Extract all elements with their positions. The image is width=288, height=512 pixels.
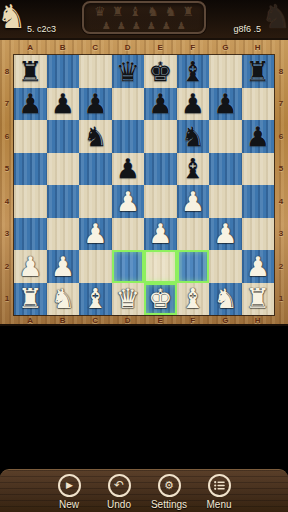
white-bishop: ♝: [83, 285, 107, 312]
square-g8[interactable]: [209, 55, 242, 88]
captured-pieces-tray: ♛♜♝♞♞♜ ♟♟♟♟♟♟: [82, 1, 206, 34]
file-labels-top: ABCDEFGH: [14, 40, 274, 55]
file-label: B: [47, 40, 80, 55]
file-label: A: [14, 315, 47, 326]
square-b3[interactable]: [47, 218, 80, 251]
rank-label: 1: [274, 283, 288, 316]
square-d1[interactable]: ♛: [112, 283, 145, 316]
rank-label: 7: [0, 88, 14, 121]
white-pawn: ♟: [18, 253, 42, 280]
rank-label: 3: [0, 218, 14, 251]
ghost-piece: ♟: [132, 20, 147, 31]
undo-label: Undo: [107, 499, 131, 510]
file-label: E: [144, 315, 177, 326]
white-king: ♚: [148, 285, 172, 312]
square-g5[interactable]: [209, 153, 242, 186]
square-f6[interactable]: ♞: [177, 120, 210, 153]
rank-label: 7: [274, 88, 288, 121]
file-label: F: [177, 40, 210, 55]
white-knight-icon: ♞: [0, 0, 27, 36]
file-label: H: [242, 40, 275, 55]
file-label: C: [79, 315, 112, 326]
square-h3[interactable]: [242, 218, 275, 251]
square-b6[interactable]: [47, 120, 80, 153]
white-rook: ♜: [18, 285, 42, 312]
square-e4[interactable]: [144, 185, 177, 218]
rank-label: 8: [274, 55, 288, 88]
square-c5[interactable]: [79, 153, 112, 186]
square-e6[interactable]: [144, 120, 177, 153]
new-game-button[interactable]: ▶ New: [44, 474, 94, 510]
square-d5[interactable]: ♟: [112, 153, 145, 186]
square-h6[interactable]: ♟: [242, 120, 275, 153]
white-queen: ♛: [116, 285, 140, 312]
settings-button[interactable]: ⚙ Settings: [144, 474, 194, 510]
square-f4[interactable]: ♟: [177, 185, 210, 218]
white-knight: ♞: [51, 285, 75, 312]
rank-label: 2: [0, 250, 14, 283]
square-d6[interactable]: [112, 120, 145, 153]
ghost-piece: ♟: [162, 20, 177, 31]
black-pawn: ♟: [181, 90, 205, 117]
file-label: A: [14, 40, 47, 55]
square-f3[interactable]: [177, 218, 210, 251]
square-c1[interactable]: ♝: [79, 283, 112, 316]
black-pawn: ♟: [213, 90, 237, 117]
square-e7[interactable]: ♟: [144, 88, 177, 121]
black-pawn: ♟: [18, 90, 42, 117]
square-e8[interactable]: ♚: [144, 55, 177, 88]
square-c8[interactable]: [79, 55, 112, 88]
file-label: G: [209, 315, 242, 326]
file-label: H: [242, 315, 275, 326]
black-pawn: ♟: [246, 123, 270, 150]
rank-label: 2: [274, 250, 288, 283]
new-game-label: New: [59, 499, 79, 510]
white-knight: ♞: [213, 285, 237, 312]
square-g2[interactable]: [209, 250, 242, 283]
menu-button[interactable]: Menu: [194, 474, 244, 510]
ghost-piece: ♝: [129, 4, 147, 19]
file-label: F: [177, 315, 210, 326]
square-g7[interactable]: ♟: [209, 88, 242, 121]
black-move: g8f6 .5: [231, 24, 261, 35]
ghost-piece: ♞: [147, 4, 165, 19]
square-b7[interactable]: ♟: [47, 88, 80, 121]
gear-icon: ⚙: [158, 474, 181, 497]
play-icon: ▶: [58, 474, 81, 497]
board-grid: ♜♛♚♝♜♟♟♟♟♟♟♞♞♟♟♝♟♟♟♟♟♟♟♟♜♞♝♛♚♝♞♜: [14, 55, 274, 315]
ghost-piece: ♟: [102, 20, 117, 31]
square-d2[interactable]: [112, 250, 145, 283]
captured-pieces-ghost-row-pawns: ♟♟♟♟♟♟: [84, 20, 204, 32]
black-king: ♚: [148, 58, 172, 85]
rank-label: 1: [0, 283, 14, 316]
square-e1[interactable]: ♚: [144, 283, 177, 316]
undo-button[interactable]: ↶ Undo: [94, 474, 144, 510]
rank-label: 5: [274, 153, 288, 186]
square-f1[interactable]: ♝: [177, 283, 210, 316]
file-labels-bottom: ABCDEFGH: [14, 315, 274, 326]
black-bishop: ♝: [181, 155, 205, 182]
square-e5[interactable]: [144, 153, 177, 186]
square-c3[interactable]: ♟: [79, 218, 112, 251]
file-label: B: [47, 315, 80, 326]
square-g1[interactable]: ♞: [209, 283, 242, 316]
rank-label: 6: [274, 120, 288, 153]
white-rook: ♜: [246, 285, 270, 312]
black-pawn: ♟: [116, 155, 140, 182]
square-h8[interactable]: ♜: [242, 55, 275, 88]
rank-label: 4: [274, 185, 288, 218]
square-d4[interactable]: ♟: [112, 185, 145, 218]
square-a1[interactable]: ♜: [14, 283, 47, 316]
square-f8[interactable]: ♝: [177, 55, 210, 88]
rank-labels-right: 87654321: [274, 55, 288, 315]
black-rook: ♜: [246, 58, 270, 85]
menu-label: Menu: [206, 499, 231, 510]
white-bishop: ♝: [181, 285, 205, 312]
rank-label: 3: [274, 218, 288, 251]
ghost-piece: ♟: [117, 20, 132, 31]
captured-pieces-ghost-row-major: ♛♜♝♞♞♜: [84, 4, 204, 20]
square-b8[interactable]: [47, 55, 80, 88]
square-a8[interactable]: ♜: [14, 55, 47, 88]
black-pawn: ♟: [51, 90, 75, 117]
ghost-piece: ♟: [177, 20, 192, 31]
top-info-bar: ♞ 5. c2c3 4. g2g3 3. d2d4 ♛♜♝♞♞♜ ♟♟♟♟♟♟ …: [0, 0, 288, 38]
white-pawn: ♟: [83, 220, 107, 247]
chess-app-screen: ♞ 5. c2c3 4. g2g3 3. d2d4 ♛♜♝♞♞♜ ♟♟♟♟♟♟ …: [0, 0, 288, 512]
bottom-toolbar: ▶ New ↶ Undo ⚙ Settings Menu: [0, 469, 288, 512]
square-e3[interactable]: ♟: [144, 218, 177, 251]
black-knight: ♞: [181, 123, 205, 150]
white-move: 5. c2c3: [27, 24, 57, 35]
black-knight: ♞: [83, 123, 107, 150]
square-b2[interactable]: ♟: [47, 250, 80, 283]
square-a7[interactable]: ♟: [14, 88, 47, 121]
black-rook: ♜: [18, 58, 42, 85]
square-d8[interactable]: ♛: [112, 55, 145, 88]
square-a3[interactable]: [14, 218, 47, 251]
square-h7[interactable]: [242, 88, 275, 121]
square-f5[interactable]: ♝: [177, 153, 210, 186]
square-b1[interactable]: ♞: [47, 283, 80, 316]
rank-label: 5: [0, 153, 14, 186]
black-queen: ♛: [116, 58, 140, 85]
square-c7[interactable]: ♟: [79, 88, 112, 121]
white-pawn: ♟: [148, 220, 172, 247]
square-a5[interactable]: [14, 153, 47, 186]
white-pawn: ♟: [116, 188, 140, 215]
ghost-piece: ♜: [112, 4, 130, 19]
square-g4[interactable]: [209, 185, 242, 218]
square-f7[interactable]: ♟: [177, 88, 210, 121]
square-b5[interactable]: [47, 153, 80, 186]
square-a6[interactable]: [14, 120, 47, 153]
square-a2[interactable]: ♟: [14, 250, 47, 283]
square-f2[interactable]: [177, 250, 210, 283]
square-a4[interactable]: [14, 185, 47, 218]
square-h4[interactable]: [242, 185, 275, 218]
square-d7[interactable]: [112, 88, 145, 121]
square-c6[interactable]: ♞: [79, 120, 112, 153]
square-c2[interactable]: [79, 250, 112, 283]
black-pawn: ♟: [83, 90, 107, 117]
white-pawn: ♟: [181, 188, 205, 215]
black-knight-icon: ♞: [261, 0, 288, 36]
rank-labels-left: 87654321: [0, 55, 14, 315]
square-h2[interactable]: ♟: [242, 250, 275, 283]
square-g6[interactable]: [209, 120, 242, 153]
ghost-piece: ♞: [165, 4, 183, 19]
square-h5[interactable]: [242, 153, 275, 186]
white-pawn: ♟: [51, 253, 75, 280]
rank-label: 4: [0, 185, 14, 218]
rank-label: 6: [0, 120, 14, 153]
rank-label: 8: [0, 55, 14, 88]
black-bishop: ♝: [181, 58, 205, 85]
ghost-piece: ♟: [147, 20, 162, 31]
settings-label: Settings: [151, 499, 187, 510]
square-e2[interactable]: [144, 250, 177, 283]
ghost-piece: ♜: [182, 4, 200, 19]
file-label: G: [209, 40, 242, 55]
file-label: E: [144, 40, 177, 55]
file-label: C: [79, 40, 112, 55]
chess-board-frame: ABCDEFGH 87654321 ♜♛♚♝♜♟♟♟♟♟♟♞♞♟♟♝♟♟♟♟♟♟…: [0, 38, 288, 326]
square-d3[interactable]: [112, 218, 145, 251]
black-pawn: ♟: [148, 90, 172, 117]
white-pawn: ♟: [213, 220, 237, 247]
square-h1[interactable]: ♜: [242, 283, 275, 316]
file-label: D: [112, 315, 145, 326]
ghost-piece: ♛: [94, 4, 112, 19]
square-g3[interactable]: ♟: [209, 218, 242, 251]
undo-arrow-icon: ↶: [108, 474, 131, 497]
square-c4[interactable]: [79, 185, 112, 218]
file-label: D: [112, 40, 145, 55]
menu-list-icon: [208, 474, 231, 497]
white-pawn: ♟: [246, 253, 270, 280]
square-b4[interactable]: [47, 185, 80, 218]
